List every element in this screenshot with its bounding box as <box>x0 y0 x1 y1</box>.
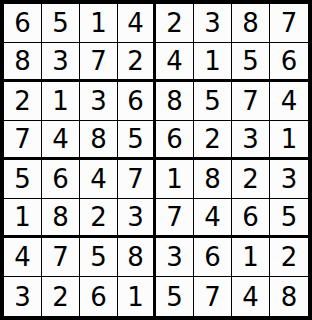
sudoku-cell-r8c6[interactable]: 7 <box>194 277 232 316</box>
sudoku-cell-r8c3[interactable]: 6 <box>80 277 118 316</box>
sudoku-cell-r6c1[interactable]: 1 <box>4 199 42 238</box>
sudoku-cell-r3c8[interactable]: 4 <box>270 82 308 121</box>
sudoku-cell-r1c8[interactable]: 7 <box>270 4 308 43</box>
sudoku-cell-r2c1[interactable]: 8 <box>4 43 42 82</box>
sudoku-cell-r5c3[interactable]: 4 <box>80 160 118 199</box>
sudoku-cell-r3c6[interactable]: 5 <box>194 82 232 121</box>
sudoku-cell-r6c8[interactable]: 5 <box>270 199 308 238</box>
sudoku-cell-r5c6[interactable]: 8 <box>194 160 232 199</box>
sudoku-cell-r7c8[interactable]: 2 <box>270 238 308 277</box>
sudoku-cell-r1c3[interactable]: 1 <box>80 4 118 43</box>
sudoku-cell-r6c3[interactable]: 2 <box>80 199 118 238</box>
sudoku-cell-r2c5[interactable]: 4 <box>156 43 194 82</box>
sudoku-cell-r3c2[interactable]: 1 <box>42 82 80 121</box>
sudoku-cell-r5c7[interactable]: 2 <box>232 160 270 199</box>
sudoku-cell-r5c4[interactable]: 7 <box>118 160 156 199</box>
sudoku-cell-r7c5[interactable]: 3 <box>156 238 194 277</box>
sudoku-cell-r5c1[interactable]: 5 <box>4 160 42 199</box>
sudoku-cell-r2c3[interactable]: 7 <box>80 43 118 82</box>
sudoku-cell-r5c5[interactable]: 1 <box>156 160 194 199</box>
sudoku-cell-r4c4[interactable]: 5 <box>118 121 156 160</box>
sudoku-cell-r1c4[interactable]: 4 <box>118 4 156 43</box>
sudoku-cell-r6c5[interactable]: 7 <box>156 199 194 238</box>
sudoku-board: 6514238783724156213685747485623156471823… <box>0 0 312 320</box>
sudoku-cell-r2c4[interactable]: 2 <box>118 43 156 82</box>
sudoku-cell-r7c7[interactable]: 1 <box>232 238 270 277</box>
sudoku-cell-r8c2[interactable]: 2 <box>42 277 80 316</box>
sudoku-cell-r1c2[interactable]: 5 <box>42 4 80 43</box>
sudoku-cell-r3c5[interactable]: 8 <box>156 82 194 121</box>
sudoku-cell-r1c6[interactable]: 3 <box>194 4 232 43</box>
sudoku-cell-r6c6[interactable]: 4 <box>194 199 232 238</box>
sudoku-cell-r3c7[interactable]: 7 <box>232 82 270 121</box>
sudoku-cell-r7c2[interactable]: 7 <box>42 238 80 277</box>
sudoku-cell-r7c1[interactable]: 4 <box>4 238 42 277</box>
sudoku-cell-r7c3[interactable]: 5 <box>80 238 118 277</box>
sudoku-cell-r2c2[interactable]: 3 <box>42 43 80 82</box>
sudoku-cell-r3c4[interactable]: 6 <box>118 82 156 121</box>
sudoku-cell-r4c2[interactable]: 4 <box>42 121 80 160</box>
sudoku-cell-r8c7[interactable]: 4 <box>232 277 270 316</box>
sudoku-cell-r1c5[interactable]: 2 <box>156 4 194 43</box>
sudoku-cell-r4c1[interactable]: 7 <box>4 121 42 160</box>
sudoku-cell-r5c2[interactable]: 6 <box>42 160 80 199</box>
sudoku-cell-r3c1[interactable]: 2 <box>4 82 42 121</box>
sudoku-cell-r4c3[interactable]: 8 <box>80 121 118 160</box>
sudoku-cell-r6c4[interactable]: 3 <box>118 199 156 238</box>
sudoku-cell-r4c8[interactable]: 1 <box>270 121 308 160</box>
sudoku-cell-r8c4[interactable]: 1 <box>118 277 156 316</box>
sudoku-cell-r2c8[interactable]: 6 <box>270 43 308 82</box>
sudoku-cell-r2c6[interactable]: 1 <box>194 43 232 82</box>
sudoku-cell-r2c7[interactable]: 5 <box>232 43 270 82</box>
sudoku-cell-r6c2[interactable]: 8 <box>42 199 80 238</box>
sudoku-cell-r4c7[interactable]: 3 <box>232 121 270 160</box>
sudoku-cell-r6c7[interactable]: 6 <box>232 199 270 238</box>
sudoku-cell-r4c6[interactable]: 2 <box>194 121 232 160</box>
sudoku-cell-r7c6[interactable]: 6 <box>194 238 232 277</box>
sudoku-cell-r1c1[interactable]: 6 <box>4 4 42 43</box>
sudoku-cell-r7c4[interactable]: 8 <box>118 238 156 277</box>
sudoku-cell-r1c7[interactable]: 8 <box>232 4 270 43</box>
sudoku-cell-r3c3[interactable]: 3 <box>80 82 118 121</box>
sudoku-cell-r4c5[interactable]: 6 <box>156 121 194 160</box>
sudoku-cell-r8c5[interactable]: 5 <box>156 277 194 316</box>
sudoku-cell-r8c1[interactable]: 3 <box>4 277 42 316</box>
sudoku-puzzle: 6514238783724156213685747485623156471823… <box>0 0 312 320</box>
sudoku-cell-r5c8[interactable]: 3 <box>270 160 308 199</box>
sudoku-cell-r8c8[interactable]: 8 <box>270 277 308 316</box>
